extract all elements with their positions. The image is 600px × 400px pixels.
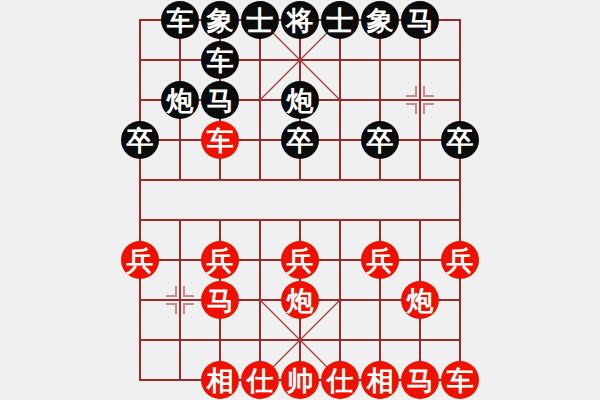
- piece-black-horse[interactable]: 马: [201, 81, 239, 119]
- piece-red-general[interactable]: 帅: [281, 361, 319, 399]
- piece-red-chariot[interactable]: 车: [441, 361, 479, 399]
- point-marker: [184, 304, 194, 314]
- piece-black-soldier[interactable]: 卒: [281, 121, 319, 159]
- board-grid: [0, 0, 600, 400]
- piece-black-horse[interactable]: 马: [401, 1, 439, 39]
- piece-red-horse[interactable]: 马: [401, 361, 439, 399]
- piece-red-horse[interactable]: 马: [201, 281, 239, 319]
- point-marker: [406, 104, 416, 114]
- piece-red-soldier[interactable]: 兵: [441, 241, 479, 279]
- point-marker: [406, 86, 416, 96]
- piece-black-cannon[interactable]: 炮: [161, 81, 199, 119]
- piece-red-elephant[interactable]: 相: [201, 361, 239, 399]
- piece-black-soldier[interactable]: 卒: [121, 121, 159, 159]
- piece-black-elephant[interactable]: 象: [361, 1, 399, 39]
- piece-red-cannon[interactable]: 炮: [401, 281, 439, 319]
- piece-red-cannon[interactable]: 炮: [281, 281, 319, 319]
- piece-black-chariot[interactable]: 车: [201, 41, 239, 79]
- piece-red-soldier[interactable]: 兵: [201, 241, 239, 279]
- piece-red-chariot[interactable]: 车: [201, 121, 239, 159]
- piece-black-soldier[interactable]: 卒: [361, 121, 399, 159]
- piece-red-advisor[interactable]: 仕: [241, 361, 279, 399]
- point-marker: [424, 104, 434, 114]
- piece-red-elephant[interactable]: 相: [361, 361, 399, 399]
- point-marker: [424, 86, 434, 96]
- piece-red-soldier[interactable]: 兵: [281, 241, 319, 279]
- piece-black-advisor[interactable]: 士: [241, 1, 279, 39]
- piece-black-elephant[interactable]: 象: [201, 1, 239, 39]
- piece-red-advisor[interactable]: 仕: [321, 361, 359, 399]
- piece-red-soldier[interactable]: 兵: [361, 241, 399, 279]
- piece-black-soldier[interactable]: 卒: [441, 121, 479, 159]
- xiangqi-board[interactable]: 车象士将士象马车炮马炮卒卒卒卒车兵兵兵兵兵马炮炮相仕帅仕相马车: [0, 0, 600, 400]
- point-marker: [166, 304, 176, 314]
- piece-red-soldier[interactable]: 兵: [121, 241, 159, 279]
- point-marker: [184, 286, 194, 296]
- piece-black-cannon[interactable]: 炮: [281, 81, 319, 119]
- piece-black-advisor[interactable]: 士: [321, 1, 359, 39]
- piece-black-chariot[interactable]: 车: [161, 1, 199, 39]
- point-marker: [166, 286, 176, 296]
- piece-black-general[interactable]: 将: [281, 1, 319, 39]
